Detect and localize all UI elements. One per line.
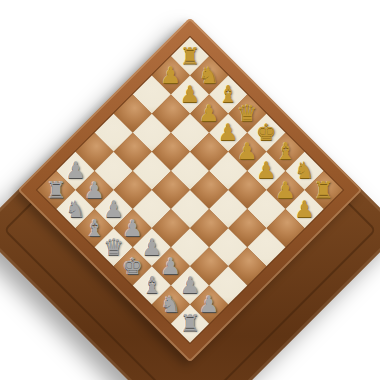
gold-pawn-h7[interactable]: ♟ [291, 196, 318, 223]
chess-set-photo: ♜♞♝♛♚♝♞♜♟♟♟♟♟♟♟♟♟♟♟♟♟♟♟♟♜♞♝♛♚♝♞♜ [0, 0, 380, 380]
square-h1[interactable]: ♜ [171, 305, 209, 343]
square-h7[interactable]: ♟ [285, 190, 323, 228]
silver-rook-h1[interactable]: ♜ [177, 310, 204, 337]
